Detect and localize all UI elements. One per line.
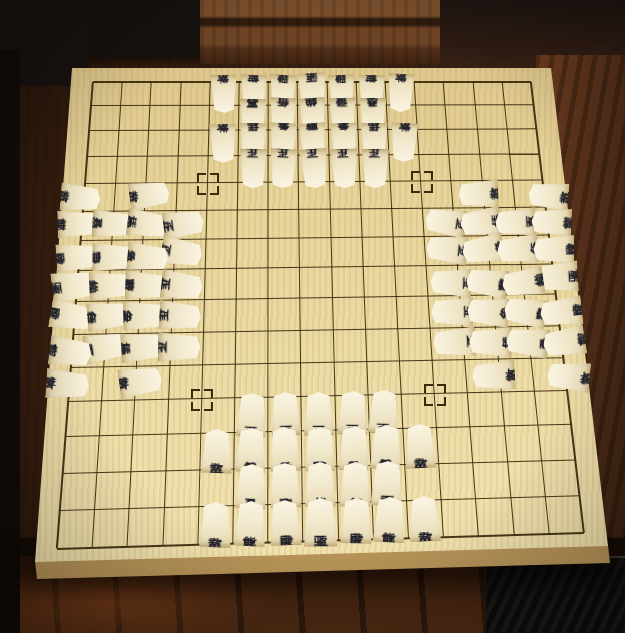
piece-kanji: 正兵 [179, 310, 183, 323]
piece-kanji: 香象 [143, 310, 146, 323]
piece-skirmisher-pawn[interactable]: 散卒 [471, 359, 515, 392]
piece-angle-mover-bishop[interactable]: 角行 [497, 233, 540, 266]
piece-skirmisher-pawn[interactable]: 散卒 [208, 123, 237, 163]
piece-kanji: 正兵 [308, 167, 320, 170]
piece-regular-soldier[interactable]: 正兵 [161, 207, 205, 241]
piece-skirmisher-pawn[interactable]: 散卒 [527, 180, 569, 212]
piece-kanji: 鈎梯 [108, 280, 111, 293]
piece-kanji: 桂馬 [245, 448, 259, 452]
piece-kanji: 桂馬 [140, 341, 144, 354]
piece-kanji: 石臺 [514, 216, 517, 228]
piece-kanji: 散卒 [209, 523, 223, 526]
piece-kanji: 香象 [279, 448, 293, 451]
piece-kanji: 玉將 [314, 520, 329, 523]
piece-kanji: 香象 [487, 305, 491, 318]
piece-kanji: 臥虎 [559, 305, 563, 318]
piece-skirmisher-pawn[interactable]: 散卒 [407, 496, 442, 543]
piece-regular-soldier[interactable]: 正兵 [160, 269, 204, 303]
piece-kanji: 盲熊 [562, 335, 567, 348]
piece-kanji: 盲熊 [76, 218, 79, 230]
piece-kanji: 散卒 [492, 369, 495, 382]
piece-kanji: 臥虎 [277, 92, 289, 95]
piece-kanji: 臥虎 [552, 243, 555, 255]
piece-kanji: 石臺 [381, 481, 395, 485]
piece-kanji: 飛車 [111, 251, 114, 263]
piece-kanji: 正兵 [369, 167, 381, 170]
piece-crouching-tiger[interactable]: 臥虎 [55, 241, 98, 274]
piece-skirmisher-pawn[interactable]: 散卒 [127, 178, 170, 212]
piece-kanji: 臥虎 [279, 521, 293, 524]
photo-scene: 散卒盲熊臥虎王將臥虎盲熊散卒石臺角行鈎梯飛車桑弓散卒桂馬香象獸曹香象桂馬散卒正兵… [0, 0, 625, 633]
piece-mulberry-bow[interactable]: 桑弓 [505, 324, 550, 359]
piece-crouching-tiger[interactable]: 臥虎 [533, 234, 574, 264]
piece-kanji: 角行 [277, 116, 289, 119]
piece-kanji: 角行 [348, 482, 362, 485]
piece-kanji: 正兵 [346, 411, 359, 414]
piece-crouching-tiger[interactable]: 臥虎 [539, 294, 584, 329]
piece-skirmisher-pawn[interactable]: 散卒 [546, 359, 591, 394]
piece-kanji: 臥虎 [336, 92, 348, 95]
piece-kanji: 散卒 [477, 188, 480, 200]
piece-regular-soldier[interactable]: 正兵 [423, 204, 467, 239]
piece-skirmisher-pawn[interactable]: 散卒 [201, 429, 234, 474]
piece-kanji: 石臺 [103, 341, 108, 354]
piece-kanji: 香象 [277, 141, 289, 144]
piece-skirmisher-pawn[interactable]: 散卒 [45, 368, 90, 402]
piece-kanji: 散卒 [218, 92, 230, 95]
piece-skirmisher-pawn[interactable]: 散卒 [60, 182, 102, 214]
piece-kanji: 桂馬 [368, 141, 380, 144]
piece-kanji: 散卒 [567, 370, 571, 383]
piece-skirmisher-pawn[interactable]: 散卒 [117, 363, 164, 400]
piece-regular-soldier[interactable]: 正兵 [361, 148, 390, 187]
piece-regular-soldier[interactable]: 正兵 [238, 149, 267, 189]
piece-regular-soldier[interactable]: 正兵 [431, 297, 473, 327]
piece-kanji: 正兵 [312, 412, 325, 415]
piece-kanji: 獸曹 [484, 276, 488, 289]
piece-kanji: 散卒 [147, 189, 151, 201]
piece-kanji: 飛車 [337, 116, 349, 119]
piece-kanji: 玉將 [72, 279, 77, 293]
piece-kanji: 角行 [516, 243, 520, 256]
piece-kanji: 臥虎 [75, 251, 79, 264]
piece-kanji: 鈎梯 [313, 483, 327, 486]
piece-kanji: 鈎梯 [520, 276, 524, 289]
piece-kanji: 正兵 [445, 243, 449, 256]
piece-kanji: 正兵 [378, 410, 391, 413]
piece-kanji: 桂馬 [379, 445, 393, 448]
piece-kanji: 正兵 [338, 167, 350, 170]
piece-kanji: 散卒 [417, 517, 431, 521]
piece-skirmisher-pawn[interactable]: 散卒 [389, 122, 419, 162]
piece-kanji: 玉將 [555, 271, 559, 285]
piece-kanji: 正兵 [247, 168, 259, 171]
piece-kanji: 正兵 [177, 341, 180, 354]
piece-kanji: 正兵 [179, 246, 184, 259]
piece-kanji: 香象 [338, 141, 350, 144]
piece-kanji: 桂馬 [247, 141, 259, 144]
piece-regular-soldier[interactable]: 正兵 [432, 326, 476, 359]
piece-kanji: 香象 [347, 446, 360, 449]
piece-kanji: 臥虎 [349, 519, 363, 522]
piece-kanji: 桑弓 [111, 218, 114, 230]
piece-stone-platform[interactable]: 石臺 [495, 207, 536, 238]
piece-blind-bear[interactable]: 盲熊 [57, 209, 98, 239]
piece-regular-soldier[interactable]: 正兵 [429, 267, 472, 299]
piece-regular-soldier[interactable]: 正兵 [425, 232, 468, 265]
piece-kanji: 盲熊 [382, 518, 396, 522]
piece-kanji: 散卒 [395, 92, 407, 95]
piece-kanji: 散卒 [138, 374, 143, 387]
piece-blind-bear[interactable]: 盲熊 [530, 207, 571, 238]
piece-kanji: 臥虎 [69, 310, 74, 323]
piece-kanji: 桂馬 [479, 216, 483, 228]
piece-kanji: 桑弓 [367, 116, 379, 119]
piece-regular-soldier[interactable]: 正兵 [268, 148, 298, 189]
piece-kanji: 桑弓 [525, 335, 529, 348]
piece-fragrant-elephant[interactable]: 香象 [467, 295, 511, 328]
piece-skirmisher-pawn[interactable]: 散卒 [458, 178, 499, 208]
piece-kanji: 桑弓 [244, 485, 258, 489]
piece-hook-ladder[interactable]: 鈎梯 [500, 265, 545, 300]
piece-blind-bear[interactable]: 盲熊 [541, 323, 588, 360]
piece-kanji: 散卒 [547, 190, 551, 202]
piece-kanji: 獸曹 [145, 280, 148, 293]
pieces-layer: 散卒盲熊臥虎王將臥虎盲熊散卒石臺角行鈎梯飛車桑弓散卒桂馬香象獸曹香象桂馬散卒正兵… [0, 0, 625, 633]
piece-kanji: 正兵 [451, 306, 454, 319]
piece-kanji: 散卒 [217, 142, 229, 145]
piece-kanji: 盲熊 [550, 216, 553, 228]
piece-kanji: 盲熊 [248, 92, 260, 95]
piece-kanji: 正兵 [452, 336, 455, 349]
piece-kanji: 石臺 [247, 116, 259, 119]
piece-skirmisher-pawn[interactable]: 散卒 [387, 74, 416, 113]
piece-kanji: 香象 [480, 243, 485, 256]
piece-kanji: 飛車 [279, 484, 293, 487]
piece-kanji: 散卒 [79, 192, 83, 204]
piece-kanji: 獸曹 [307, 141, 319, 144]
piece-kanji: 桂馬 [489, 336, 492, 349]
piece-kanji: 盲熊 [68, 346, 72, 359]
piece-kanji: 正兵 [277, 167, 289, 170]
piece-kanji: 角行 [106, 310, 110, 323]
piece-skirmisher-pawn[interactable]: 散卒 [199, 502, 233, 548]
piece-regular-soldier[interactable]: 正兵 [157, 331, 200, 362]
piece-kanji: 飛車 [523, 305, 528, 318]
piece-kanji: 獸曹 [313, 447, 326, 450]
piece-skirmisher-pawn[interactable]: 散卒 [403, 423, 437, 468]
piece-kanji: 正兵 [181, 218, 185, 230]
piece-kanji: 正兵 [449, 276, 452, 289]
piece-kanji: 正兵 [279, 412, 292, 415]
piece-kanji: 桂馬 [146, 218, 150, 230]
piece-knight[interactable]: 桂馬 [120, 331, 164, 364]
piece-kanji: 盲熊 [244, 522, 258, 526]
piece-regular-soldier[interactable]: 正兵 [330, 148, 360, 188]
piece-kanji: 鈎梯 [307, 116, 319, 119]
piece-kanji: 香象 [146, 251, 150, 264]
piece-kanji: 散卒 [413, 444, 427, 447]
piece-kanji: 散卒 [66, 378, 70, 391]
piece-regular-soldier[interactable]: 正兵 [159, 300, 203, 333]
piece-kanji: 散卒 [210, 449, 223, 452]
piece-kanji: 散卒 [398, 141, 410, 144]
piece-kanji: 正兵 [443, 215, 447, 228]
piece-kanji: 盲熊 [366, 92, 378, 94]
piece-kanji: 王將 [306, 92, 319, 96]
piece-skirmisher-pawn[interactable]: 散卒 [210, 74, 238, 113]
piece-kanji: 正兵 [245, 413, 258, 417]
piece-kanji: 正兵 [180, 280, 184, 293]
piece-regular-soldier[interactable]: 正兵 [298, 148, 329, 189]
